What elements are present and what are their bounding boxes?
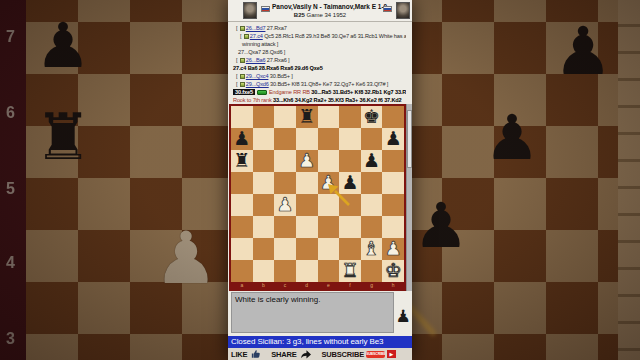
- game-info: Game 34 1952: [305, 12, 346, 18]
- notation-line[interactable]: Rook to 7th rank 33...Kh6 34.Kg2 Ra2+ 35…: [231, 96, 406, 103]
- chess-board: ♜♚♟♟♜♟♟♟♟♟♝♟♜♚ abcdefgh: [229, 104, 406, 291]
- square-a1[interactable]: [231, 260, 253, 282]
- square-g8[interactable]: ♚: [361, 106, 383, 128]
- thumbs-up-icon[interactable]: [251, 349, 261, 359]
- black-rook[interactable]: ♜: [233, 151, 250, 170]
- black-pawn[interactable]: ♟: [233, 129, 250, 148]
- square-g6[interactable]: ♟: [361, 150, 383, 172]
- square-f1[interactable]: ♜: [339, 260, 361, 282]
- square-e8[interactable]: [318, 106, 340, 128]
- notation-line[interactable]: 30.fxe5Endgame RR RB 30...Ra5 31.Bd5+ Kf…: [231, 88, 406, 96]
- square-f2[interactable]: [339, 238, 361, 260]
- game-title: Panov,Vasily N - Taimanov,Mark E 1-0: [272, 3, 381, 10]
- square-g1[interactable]: [361, 260, 383, 282]
- notation-segment[interactable]: 29...Qxd6: [246, 81, 269, 87]
- file-label-b: b: [253, 282, 275, 289]
- notation-line[interactable]: 27...Qxa7 28.Qxd6 ]: [231, 48, 406, 56]
- square-a4[interactable]: [231, 194, 253, 216]
- game-subtitle: B25 Game 34 1952: [228, 12, 412, 18]
- notation-segment: [: [236, 25, 239, 31]
- notation-segment: [: [236, 57, 239, 63]
- square-c7[interactable]: [274, 128, 296, 150]
- square-e1[interactable]: [318, 260, 340, 282]
- comment-box[interactable]: White is clearly winning.: [231, 292, 394, 333]
- square-c2[interactable]: [274, 238, 296, 260]
- square-d2[interactable]: [296, 238, 318, 260]
- white-pawn[interactable]: ♟: [320, 173, 337, 192]
- notation-segment: Qc5 28.Rfc1 Rc8 29.h3 Be8 30.Qe7 a6 31.R…: [263, 33, 406, 39]
- square-b3[interactable]: [253, 216, 275, 238]
- square-f3[interactable]: [339, 216, 361, 238]
- square-e3[interactable]: [318, 216, 340, 238]
- square-d8[interactable]: ♜: [296, 106, 318, 128]
- white-bishop[interactable]: ♝: [363, 239, 380, 258]
- file-label-f: f: [339, 282, 361, 289]
- square-a6[interactable]: ♜: [231, 150, 253, 172]
- annotator-pawn-icon: ♟: [395, 305, 411, 327]
- square-h7[interactable]: ♟: [382, 128, 404, 150]
- square-b7[interactable]: [253, 128, 275, 150]
- youtube-play-icon[interactable]: ▶: [387, 350, 396, 358]
- notation-line[interactable]: [ 26...Ba6 27.Rxa6 ]: [231, 56, 406, 64]
- engine-badge-icon: [257, 90, 267, 95]
- square-g2[interactable]: ♝: [361, 238, 383, 260]
- square-d6[interactable]: ♟: [296, 150, 318, 172]
- file-label-a: a: [231, 282, 253, 289]
- notation-segment: [: [236, 73, 239, 79]
- black-pawn[interactable]: ♟: [341, 173, 358, 192]
- square-e2[interactable]: [318, 238, 340, 260]
- square-a3[interactable]: [231, 216, 253, 238]
- file-label-h: h: [382, 282, 404, 289]
- notation-line[interactable]: [ 29...Qxd6 30.Bd5+ Kf8 31.Qh8+ Ke7 32.Q…: [231, 80, 406, 88]
- notation-segment: 33...Kh6 34.Kg2 Ra2+ 35.Kf3 Ra3+ 36.Ke2 …: [272, 97, 402, 103]
- file-label-d: d: [296, 282, 318, 289]
- square-h8[interactable]: [382, 106, 404, 128]
- annotation-icon: [240, 82, 245, 87]
- notation-segment[interactable]: 26...Ba6: [246, 57, 266, 63]
- notation-segment: 30.Bd5+ ]: [268, 73, 292, 79]
- square-b8[interactable]: [253, 106, 275, 128]
- game-header: Panov,Vasily N - Taimanov,Mark E 1-0 B25…: [228, 0, 412, 22]
- annotation-icon: [244, 34, 249, 39]
- white-pawn[interactable]: ♟: [385, 239, 402, 258]
- notation-line[interactable]: 27.c4 Ba6 28.Rxa6 Rxa6 29.d6 Qxe5: [231, 64, 406, 72]
- eco-code: B25: [294, 12, 305, 18]
- notation-segment: winning attack ]: [242, 41, 278, 47]
- video-frame: 76543 ♟♜♟♟♟♟ Panov,Vasily N - Taimanov,M…: [0, 0, 640, 360]
- square-e7[interactable]: [318, 128, 340, 150]
- board-squares: ♜♚♟♟♜♟♟♟♟♟♝♟♜♚: [231, 106, 404, 282]
- square-b5[interactable]: [253, 172, 275, 194]
- square-e4[interactable]: [318, 194, 340, 216]
- notation-segment: 30.Bd5+ Kf8 31.Qh8+ Ke7 32.Qg7+ Ke6 33.Q…: [269, 81, 389, 87]
- white-king[interactable]: ♚: [385, 261, 402, 280]
- square-g7[interactable]: [361, 128, 383, 150]
- subscribe-button-label: SUBSCRIBE: [366, 352, 385, 356]
- analysis-panel: Panov,Vasily N - Taimanov,Mark E 1-0 B25…: [228, 0, 412, 360]
- comment-text: White is clearly winning.: [235, 295, 320, 304]
- file-label-c: c: [274, 282, 296, 289]
- square-f8[interactable]: [339, 106, 361, 128]
- action-bar: LIKE SHARE SUBSCRIBE SUBSCRIBE ▶: [228, 348, 412, 360]
- square-h2[interactable]: ♟: [382, 238, 404, 260]
- square-g4[interactable]: [361, 194, 383, 216]
- square-d4[interactable]: [296, 194, 318, 216]
- square-b1[interactable]: [253, 260, 275, 282]
- share-arrow-icon[interactable]: [300, 349, 312, 359]
- square-h5[interactable]: [382, 172, 404, 194]
- white-pawn[interactable]: ♟: [298, 151, 315, 170]
- opening-name: Closed Sicilian: 3 g3, lines without ear…: [231, 337, 383, 346]
- square-c6[interactable]: [274, 150, 296, 172]
- share-label[interactable]: SHARE: [271, 350, 296, 359]
- square-f5[interactable]: ♟: [339, 172, 361, 194]
- notation-segment: 27.Rxa6 ]: [265, 57, 289, 63]
- square-d3[interactable]: [296, 216, 318, 238]
- square-g3[interactable]: [361, 216, 383, 238]
- notation-segment: 27.c4 Ba6 28.Rxa6 Rxa6 29.d6 Qxe5: [233, 65, 323, 71]
- annotation-icon: [240, 58, 245, 63]
- square-b2[interactable]: [253, 238, 275, 260]
- square-c3[interactable]: [274, 216, 296, 238]
- notation-segment[interactable]: 29...Qxc4: [246, 73, 269, 79]
- notation-segment: Endgame RR RB: [269, 89, 310, 95]
- notation-segment: 30...Ra5 31.Bd5+ Kf8 32.Rb1 Kg7 33.Rb7+: [310, 89, 406, 95]
- square-f6[interactable]: [339, 150, 361, 172]
- scrollbar[interactable]: [406, 104, 412, 291]
- subscribe-label[interactable]: SUBSCRIBE: [322, 350, 364, 359]
- square-h6[interactable]: [382, 150, 404, 172]
- square-e5[interactable]: ♟: [318, 172, 340, 194]
- square-h1[interactable]: ♚: [382, 260, 404, 282]
- square-d5[interactable]: [296, 172, 318, 194]
- black-rook[interactable]: ♜: [298, 107, 315, 126]
- notation-line[interactable]: [ 29...Qxc4 30.Bd5+ ]: [231, 72, 406, 80]
- notation-segment[interactable]: 26...Bd7: [246, 25, 266, 31]
- square-h3[interactable]: [382, 216, 404, 238]
- square-a7[interactable]: ♟: [231, 128, 253, 150]
- notation-segment: Rook to 7th rank: [233, 97, 272, 103]
- scrollbar-thumb[interactable]: [407, 110, 412, 168]
- notation-segment: [: [236, 81, 239, 87]
- subscribe-button[interactable]: SUBSCRIBE: [366, 351, 385, 358]
- square-c4[interactable]: ♟: [274, 194, 296, 216]
- notation-segment[interactable]: 27.c4: [250, 33, 263, 39]
- square-h4[interactable]: [382, 194, 404, 216]
- annotation-icon: [240, 74, 245, 79]
- notation-segment: 27.Rxa7: [265, 25, 286, 31]
- board-file-labels: abcdefgh: [231, 282, 404, 289]
- file-label-g: g: [361, 282, 383, 289]
- notation-segment: 27...Qxa7 28.Qxd6 ]: [238, 49, 285, 55]
- white-pawn[interactable]: ♟: [277, 195, 294, 214]
- square-c8[interactable]: [274, 106, 296, 128]
- notation-segment[interactable]: 30.fxe5: [233, 89, 255, 95]
- black-pawn[interactable]: ♟: [385, 129, 402, 148]
- notation-segment: [: [240, 33, 243, 39]
- square-b4[interactable]: [253, 194, 275, 216]
- square-a2[interactable]: [231, 238, 253, 260]
- notation-line[interactable]: [ 26...Bd7 27.Rxa7: [231, 24, 406, 32]
- square-f7[interactable]: [339, 128, 361, 150]
- square-e6[interactable]: [318, 150, 340, 172]
- white-rook[interactable]: ♜: [341, 261, 358, 280]
- square-a5[interactable]: [231, 172, 253, 194]
- square-g5[interactable]: [361, 172, 383, 194]
- notation-line[interactable]: winning attack ]: [231, 40, 406, 48]
- annotation-icon: [240, 26, 245, 31]
- square-a8[interactable]: [231, 106, 253, 128]
- square-c5[interactable]: [274, 172, 296, 194]
- square-f4[interactable]: [339, 194, 361, 216]
- file-label-e: e: [318, 282, 340, 289]
- square-b6[interactable]: [253, 150, 275, 172]
- square-d1[interactable]: [296, 260, 318, 282]
- opening-title-bar: Closed Sicilian: 3 g3, lines without ear…: [228, 336, 412, 348]
- like-label[interactable]: LIKE: [231, 350, 247, 359]
- black-king[interactable]: ♚: [363, 107, 380, 126]
- notation-line[interactable]: [ 27.c4 Qc5 28.Rfc1 Rc8 29.h3 Be8 30.Qe7…: [231, 32, 406, 40]
- square-d7[interactable]: [296, 128, 318, 150]
- black-pawn[interactable]: ♟: [363, 151, 380, 170]
- square-c1[interactable]: [274, 260, 296, 282]
- notation: [ 26...Bd7 27.Rxa7[ 27.c4 Qc5 28.Rfc1 Rc…: [228, 23, 406, 103]
